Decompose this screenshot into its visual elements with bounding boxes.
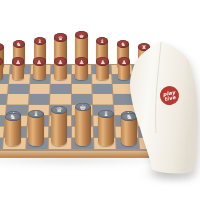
square-c6 bbox=[29, 84, 49, 94]
bishop-symbol-icon: ♝ bbox=[100, 38, 105, 44]
square-d2 bbox=[49, 127, 70, 138]
square-c7 bbox=[30, 74, 50, 83]
square-d7 bbox=[51, 74, 71, 83]
square-e1 bbox=[72, 138, 94, 149]
square-c5 bbox=[29, 94, 50, 104]
square-d1 bbox=[49, 138, 71, 149]
square-a7 bbox=[0, 74, 9, 83]
square-a4 bbox=[0, 105, 6, 115]
square-e8 bbox=[71, 65, 90, 74]
square-e3 bbox=[72, 115, 93, 126]
square-e2 bbox=[72, 127, 93, 138]
logo-line-2: tive bbox=[164, 94, 176, 101]
square-a8 bbox=[0, 65, 10, 74]
square-f2 bbox=[94, 127, 116, 138]
square-b6 bbox=[8, 84, 29, 94]
square-a6 bbox=[0, 84, 8, 94]
square-a5 bbox=[0, 94, 7, 104]
knight-symbol-icon: ♞ bbox=[16, 41, 21, 47]
product-photo-chess-set: ♜♞♝♛♚♝♞♜♟♟♟♟♟♟♟♟♟♟♟♟♟♟♟♟♜♞♝♛♚♝♞♜ play ti… bbox=[0, 0, 200, 200]
square-e7 bbox=[71, 74, 91, 83]
square-c1 bbox=[26, 138, 48, 149]
rook-symbol-icon: ♜ bbox=[0, 44, 1, 50]
square-f3 bbox=[93, 115, 114, 126]
square-f4 bbox=[93, 105, 114, 115]
piece-cap: ♝ bbox=[96, 37, 108, 45]
square-b7 bbox=[9, 74, 29, 83]
piece-cap: ♚ bbox=[75, 31, 87, 39]
square-c3 bbox=[27, 115, 48, 126]
square-d6 bbox=[50, 84, 70, 94]
cloth-bag: play tive bbox=[126, 36, 200, 182]
square-d4 bbox=[50, 105, 71, 115]
square-f6 bbox=[92, 84, 112, 94]
square-e4 bbox=[71, 105, 92, 115]
square-c4 bbox=[28, 105, 49, 115]
square-b2 bbox=[4, 127, 26, 138]
piece-cap: ♜ bbox=[0, 43, 4, 51]
queen-symbol-icon: ♛ bbox=[58, 35, 63, 41]
square-b1 bbox=[3, 138, 25, 149]
bag-cloth-shape bbox=[126, 36, 200, 182]
square-f7 bbox=[92, 74, 112, 83]
square-b5 bbox=[7, 94, 28, 104]
square-c2 bbox=[27, 127, 49, 138]
square-d3 bbox=[49, 115, 70, 126]
square-b4 bbox=[6, 105, 27, 115]
square-f8 bbox=[92, 65, 112, 74]
square-d8 bbox=[51, 65, 70, 74]
square-b8 bbox=[10, 65, 30, 74]
bishop-symbol-icon: ♝ bbox=[37, 38, 42, 44]
square-b3 bbox=[5, 115, 27, 126]
piece-cap: ♞ bbox=[13, 40, 25, 48]
square-c8 bbox=[31, 65, 51, 74]
square-e6 bbox=[71, 84, 91, 94]
piece-cap: ♛ bbox=[54, 33, 66, 41]
square-f1 bbox=[94, 138, 116, 149]
square-d5 bbox=[50, 94, 70, 104]
square-f5 bbox=[93, 94, 114, 104]
square-e5 bbox=[71, 94, 91, 104]
king-symbol-icon: ♚ bbox=[79, 32, 84, 38]
piece-cap: ♝ bbox=[34, 37, 46, 45]
